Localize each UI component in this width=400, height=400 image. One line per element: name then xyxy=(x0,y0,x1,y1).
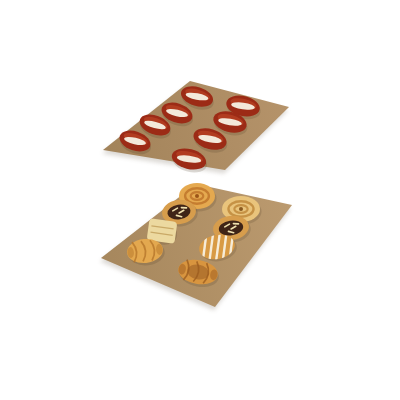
product-photo xyxy=(0,0,400,400)
scene-canvas xyxy=(0,0,400,400)
